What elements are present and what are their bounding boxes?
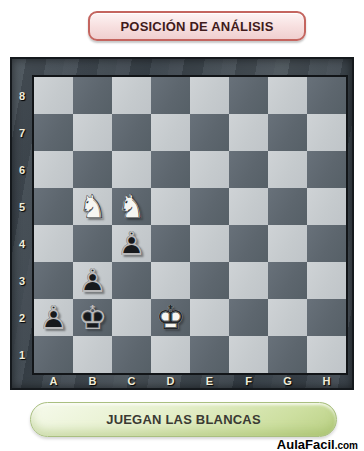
black-king-b2: ♚♔ [73, 299, 112, 336]
square-d4 [151, 225, 190, 262]
rank-label-5: 5 [12, 188, 32, 225]
square-g3 [268, 262, 307, 299]
square-b2: ♚♔ [73, 299, 112, 336]
chess-board: 87654321 ♞♘♞♘♟♙♟♙♟♙♚♔♚♔ ABCDEFGH [10, 57, 354, 390]
square-f5 [229, 188, 268, 225]
square-h7 [307, 114, 346, 151]
square-e8 [190, 77, 229, 114]
brand-suffix: .com [335, 440, 358, 451]
square-g8 [268, 77, 307, 114]
file-label-a: A [34, 373, 73, 390]
square-c2 [112, 299, 151, 336]
rank-label-3: 3 [12, 262, 32, 299]
square-h8 [307, 77, 346, 114]
brand-name: AulaFacil [277, 437, 335, 451]
square-a1 [34, 336, 73, 373]
rank-labels: 87654321 [12, 77, 32, 373]
square-d1 [151, 336, 190, 373]
square-d6 [151, 151, 190, 188]
square-a5 [34, 188, 73, 225]
rank-label-6: 6 [12, 151, 32, 188]
square-c1 [112, 336, 151, 373]
square-a6 [34, 151, 73, 188]
white-king-d2: ♚♔ [151, 299, 190, 336]
square-f8 [229, 77, 268, 114]
file-label-f: F [229, 373, 268, 390]
square-a8 [34, 77, 73, 114]
footer-banner: JUEGAN LAS BLANCAS [30, 402, 337, 437]
square-e4 [190, 225, 229, 262]
square-g7 [268, 114, 307, 151]
file-label-g: G [268, 373, 307, 390]
footer-title: JUEGAN LAS BLANCAS [106, 412, 261, 427]
rank-label-7: 7 [12, 114, 32, 151]
file-label-d: D [151, 373, 190, 390]
square-d7 [151, 114, 190, 151]
rank-label-8: 8 [12, 77, 32, 114]
square-a4 [34, 225, 73, 262]
square-b3: ♟♙ [73, 262, 112, 299]
square-f4 [229, 225, 268, 262]
black-pawn-b3: ♟♙ [73, 262, 112, 299]
black-pawn-a2: ♟♙ [34, 299, 73, 336]
square-e2 [190, 299, 229, 336]
file-label-c: C [112, 373, 151, 390]
black-pawn-c4: ♟♙ [112, 225, 151, 262]
header-banner: POSICIÓN DE ANÁLISIS [88, 11, 306, 41]
square-f6 [229, 151, 268, 188]
white-knight-c5: ♞♘ [112, 188, 151, 225]
square-e5 [190, 188, 229, 225]
square-f2 [229, 299, 268, 336]
rank-label-1: 1 [12, 336, 32, 373]
square-h2 [307, 299, 346, 336]
square-b6 [73, 151, 112, 188]
header-title: POSICIÓN DE ANÁLISIS [120, 19, 273, 34]
square-g6 [268, 151, 307, 188]
square-b7 [73, 114, 112, 151]
square-a7 [34, 114, 73, 151]
square-d5 [151, 188, 190, 225]
square-b8 [73, 77, 112, 114]
square-c8 [112, 77, 151, 114]
square-d8 [151, 77, 190, 114]
square-e3 [190, 262, 229, 299]
square-f3 [229, 262, 268, 299]
square-f7 [229, 114, 268, 151]
square-e6 [190, 151, 229, 188]
square-e1 [190, 336, 229, 373]
rank-label-2: 2 [12, 299, 32, 336]
square-d2: ♚♔ [151, 299, 190, 336]
brand-logo: AulaFacil.com [277, 435, 358, 451]
square-a3 [34, 262, 73, 299]
square-b4 [73, 225, 112, 262]
square-b5: ♞♘ [73, 188, 112, 225]
rank-label-4: 4 [12, 225, 32, 262]
file-label-b: B [73, 373, 112, 390]
white-knight-b5: ♞♘ [73, 188, 112, 225]
square-c6 [112, 151, 151, 188]
square-c3 [112, 262, 151, 299]
square-g5 [268, 188, 307, 225]
square-b1 [73, 336, 112, 373]
file-labels: ABCDEFGH [34, 373, 346, 390]
square-c4: ♟♙ [112, 225, 151, 262]
square-h5 [307, 188, 346, 225]
square-f1 [229, 336, 268, 373]
square-c5: ♞♘ [112, 188, 151, 225]
square-c7 [112, 114, 151, 151]
square-g2 [268, 299, 307, 336]
square-h1 [307, 336, 346, 373]
square-e7 [190, 114, 229, 151]
file-label-e: E [190, 373, 229, 390]
square-h3 [307, 262, 346, 299]
file-label-h: H [307, 373, 346, 390]
square-a2: ♟♙ [34, 299, 73, 336]
board-grid: ♞♘♞♘♟♙♟♙♟♙♚♔♚♔ [32, 75, 348, 375]
square-h6 [307, 151, 346, 188]
square-g1 [268, 336, 307, 373]
square-h4 [307, 225, 346, 262]
square-g4 [268, 225, 307, 262]
square-d3 [151, 262, 190, 299]
